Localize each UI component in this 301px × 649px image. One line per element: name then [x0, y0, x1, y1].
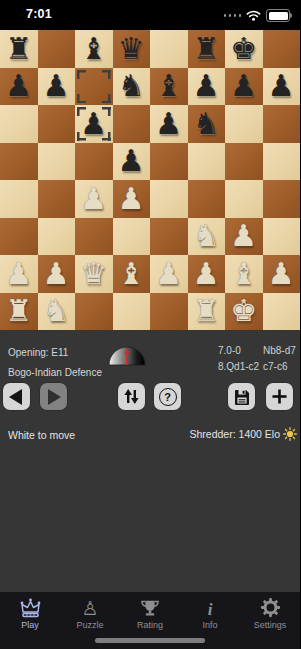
square-a8[interactable]: ♜: [0, 30, 38, 68]
tab-label: Puzzle: [76, 620, 103, 630]
save-button[interactable]: [228, 383, 255, 410]
square-f6[interactable]: ♞: [188, 105, 226, 143]
square-b4[interactable]: [38, 180, 76, 218]
piece-white-pawn: ♟: [80, 184, 107, 214]
square-d2[interactable]: ♝: [113, 255, 151, 293]
square-b5[interactable]: [38, 143, 76, 181]
tab-label: Play: [21, 620, 39, 630]
info-icon: i: [208, 601, 213, 618]
square-e5[interactable]: [150, 143, 188, 181]
piece-white-pawn: ♟: [43, 259, 70, 289]
square-a2[interactable]: ♟: [0, 255, 38, 293]
move-cell: 7.0-0: [218, 345, 263, 357]
piece-black-bishop: ♝: [155, 71, 182, 101]
square-c5[interactable]: [75, 143, 113, 181]
square-a3[interactable]: [0, 218, 38, 256]
piece-black-bishop: ♝: [80, 34, 107, 64]
piece-white-queen: ♛: [80, 259, 107, 289]
piece-white-pawn: ♟: [118, 184, 145, 214]
square-b3[interactable]: [38, 218, 76, 256]
piece-black-pawn: ♟: [230, 71, 257, 101]
square-e8[interactable]: [150, 30, 188, 68]
piece-white-pawn: ♟: [155, 259, 182, 289]
square-g5[interactable]: [225, 143, 263, 181]
help-button[interactable]: ?: [154, 383, 181, 410]
square-c1[interactable]: [75, 293, 113, 331]
tab-rating[interactable]: Rating: [120, 597, 180, 630]
square-c3[interactable]: [75, 218, 113, 256]
piece-white-knight: ♞: [43, 296, 70, 326]
question-mark-icon: ?: [159, 388, 177, 406]
back-button[interactable]: [3, 383, 30, 410]
square-g8[interactable]: ♚: [225, 30, 263, 68]
piece-white-rook: ♜: [193, 296, 220, 326]
right-triangle-icon: [48, 389, 61, 405]
square-f2[interactable]: ♟: [188, 255, 226, 293]
opening-code: Opening: E11: [8, 343, 102, 363]
home-indicator[interactable]: [95, 638, 205, 643]
square-f8[interactable]: ♜: [188, 30, 226, 68]
square-g3[interactable]: ♟: [225, 218, 263, 256]
square-c7[interactable]: [75, 68, 113, 106]
square-d5[interactable]: ♟: [113, 143, 151, 181]
piece-black-rook: ♜: [193, 34, 220, 64]
square-b1[interactable]: ♞: [38, 293, 76, 331]
square-e6[interactable]: ♟: [150, 105, 188, 143]
piece-white-rook: ♜: [5, 296, 32, 326]
engine-strength-label: Shredder: 1400 Elo: [190, 428, 280, 440]
last-move-highlight: [77, 70, 111, 104]
square-h5[interactable]: [263, 143, 301, 181]
square-a7[interactable]: ♟: [0, 68, 38, 106]
chess-board: ♜♝♛♜♚♟♟♞♝♟♟♟♟♟♞♟♟♟♞♟♟♟♛♝♟♟♝♟♜♞♜♚: [0, 30, 300, 330]
opening-name: Bogo-Indian Defence: [8, 363, 102, 383]
square-e3[interactable]: [150, 218, 188, 256]
square-a5[interactable]: [0, 143, 38, 181]
square-c4[interactable]: ♟: [75, 180, 113, 218]
square-h6[interactable]: [263, 105, 301, 143]
plus-icon: [271, 388, 288, 405]
square-g6[interactable]: [225, 105, 263, 143]
forward-button[interactable]: [40, 383, 67, 410]
square-g7[interactable]: ♟: [225, 68, 263, 106]
square-c6[interactable]: ♟: [75, 105, 113, 143]
square-a4[interactable]: [0, 180, 38, 218]
square-d1[interactable]: [113, 293, 151, 331]
tab-settings[interactable]: Settings: [240, 597, 300, 630]
piece-black-queen: ♛: [118, 34, 145, 64]
square-a6[interactable]: [0, 105, 38, 143]
square-f3[interactable]: ♞: [188, 218, 226, 256]
move-cell: c7-c6: [263, 361, 296, 373]
square-g4[interactable]: [225, 180, 263, 218]
square-f7[interactable]: ♟: [188, 68, 226, 106]
square-g2[interactable]: ♝: [225, 255, 263, 293]
status-bar: 7:01: [0, 0, 300, 30]
piece-white-pawn: ♟: [5, 259, 32, 289]
square-d6[interactable]: [113, 105, 151, 143]
square-h2[interactable]: ♟: [263, 255, 301, 293]
piece-black-king: ♚: [230, 34, 257, 64]
piece-black-pawn: ♟: [193, 71, 220, 101]
tab-bar: Play ♙ Puzzle Rating i Info: [0, 592, 300, 649]
move-list: 7.0-0 Nb8-d7 8.Qd1-c2 c7-c6: [218, 345, 296, 373]
square-h1[interactable]: [263, 293, 301, 331]
square-h4[interactable]: [263, 180, 301, 218]
piece-black-knight: ♞: [193, 109, 220, 139]
piece-black-pawn: ♟: [268, 71, 295, 101]
square-d7[interactable]: ♞: [113, 68, 151, 106]
crown-icon: [18, 598, 43, 618]
new-game-button[interactable]: [266, 383, 293, 410]
tab-label: Settings: [254, 620, 287, 630]
square-e7[interactable]: ♝: [150, 68, 188, 106]
gear-icon: [260, 597, 281, 618]
square-f4[interactable]: [188, 180, 226, 218]
square-b2[interactable]: ♟: [38, 255, 76, 293]
piece-white-pawn: ♟: [230, 221, 257, 251]
square-e4[interactable]: [150, 180, 188, 218]
square-b8[interactable]: [38, 30, 76, 68]
floppy-disk-icon: [234, 389, 250, 405]
square-e1[interactable]: [150, 293, 188, 331]
move-cell: Nb8-d7: [263, 345, 296, 357]
piece-black-pawn: ♟: [118, 146, 145, 176]
left-triangle-icon: [9, 389, 22, 405]
tab-info[interactable]: i Info: [180, 597, 240, 630]
square-f5[interactable]: [188, 143, 226, 181]
trophy-icon: [139, 598, 161, 618]
piece-white-knight: ♞: [193, 221, 220, 251]
tab-puzzle[interactable]: ♙ Puzzle: [60, 597, 120, 630]
piece-white-pawn: ♟: [193, 259, 220, 289]
square-c8[interactable]: ♝: [75, 30, 113, 68]
shredder-chess-app: 7:01 ♜♝♛♜♚♟♟♞♝♟♟♟♟♟♞♟♟♟♞♟♟♟♛♝♟♟♝♟♜♞♜♚ Op…: [0, 0, 300, 649]
piece-black-rook: ♜: [5, 34, 32, 64]
evaluation-gauge: [108, 345, 146, 370]
wifi-icon: [246, 10, 261, 21]
control-panel: Opening: E11 Bogo-Indian Defence 7.0-0 N…: [0, 330, 300, 592]
piece-white-king: ♚: [230, 296, 257, 326]
piece-white-bishop: ♝: [230, 259, 257, 289]
game-status-row: White to move Shredder: 1400 Elo: [0, 427, 300, 443]
tab-label: Info: [202, 620, 217, 630]
tab-play[interactable]: Play: [0, 597, 60, 630]
battery-icon: [266, 9, 290, 22]
piece-black-pawn: ♟: [5, 71, 32, 101]
piece-black-knight: ♞: [118, 71, 145, 101]
piece-black-pawn: ♟: [43, 71, 70, 101]
piece-white-pawn: ♟: [268, 259, 295, 289]
square-h8[interactable]: [263, 30, 301, 68]
piece-white-bishop: ♝: [118, 259, 145, 289]
square-g1[interactable]: ♚: [225, 293, 263, 331]
square-d8[interactable]: ♛: [113, 30, 151, 68]
piece-black-pawn: ♟: [155, 109, 182, 139]
switch-sides-button[interactable]: [118, 383, 145, 410]
pawn-icon: ♙: [81, 599, 98, 618]
square-d3[interactable]: [113, 218, 151, 256]
square-d4[interactable]: ♟: [113, 180, 151, 218]
cellular-signal-icon: [224, 14, 241, 16]
square-b6[interactable]: [38, 105, 76, 143]
square-a1[interactable]: ♜: [0, 293, 38, 331]
square-b7[interactable]: ♟: [38, 68, 76, 106]
clock-time: 7:01: [22, 7, 56, 21]
square-e2[interactable]: ♟: [150, 255, 188, 293]
opening-info: Opening: E11 Bogo-Indian Defence: [8, 343, 102, 383]
piece-black-pawn: ♟: [80, 109, 107, 139]
tab-label: Rating: [137, 620, 163, 630]
square-h3[interactable]: [263, 218, 301, 256]
square-f1[interactable]: ♜: [188, 293, 226, 331]
move-cell: 8.Qd1-c2: [218, 361, 263, 373]
square-c2[interactable]: ♛: [75, 255, 113, 293]
turn-indicator: White to move: [8, 429, 75, 441]
square-h7[interactable]: ♟: [263, 68, 301, 106]
up-down-arrows-icon: [123, 388, 140, 405]
sun-icon: [283, 427, 297, 441]
